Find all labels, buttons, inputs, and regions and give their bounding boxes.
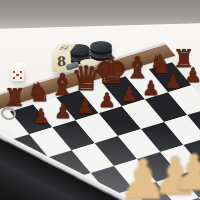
chess-piece-dark-pawn-6[interactable]: ♟ <box>142 78 160 98</box>
chess-piece-dark-pawn-7[interactable]: ♟ <box>164 71 182 91</box>
chess-piece-dark-pawn-4[interactable]: ♟ <box>98 90 116 110</box>
doubling-cube-top-face: 64 <box>52 44 76 52</box>
chess-piece-dark-pawn-5[interactable]: ♟ <box>120 84 138 104</box>
chess-piece-dark-pawn-2[interactable]: ♟ <box>54 101 72 121</box>
chess-piece-dark-pawn-8[interactable]: ♟ <box>184 65 200 85</box>
dice[interactable] <box>11 63 27 83</box>
chess-piece-dark-pawn-3[interactable]: ♟ <box>76 96 94 116</box>
chess-piece-dark-rook-queenside[interactable]: ♜ <box>4 85 26 110</box>
chess-piece-dark-knight-queenside[interactable]: ♞ <box>27 79 50 105</box>
photo-scene: 64 8 ♜♞♝♛♚♝♞♜♟♟♟♟♟♟♟♟♟♟♟ <box>0 0 200 200</box>
chess-piece-dark-pawn-1[interactable]: ♟ <box>32 106 50 126</box>
die-pip-face <box>11 69 24 81</box>
chess-piece-light-pawn-3[interactable]: ♟ <box>172 148 200 198</box>
